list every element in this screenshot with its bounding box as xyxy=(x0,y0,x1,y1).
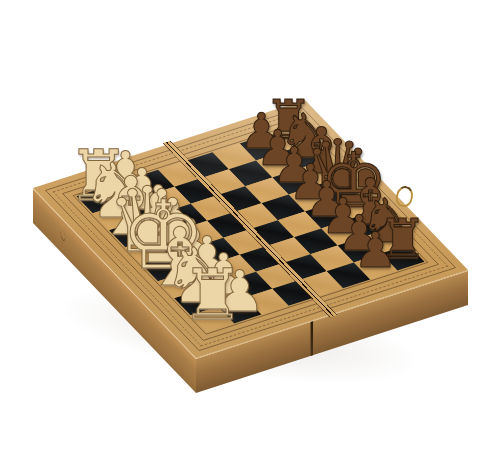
brass-latch-pin xyxy=(61,227,65,241)
product-photo-scene: ♜♟♞♟♝♟♛♟♟♜♚♟♟♞♝♟♟♝♞♟♟♛♜♟♟♚♟♝♟♞♟♜ xyxy=(0,0,500,474)
fold-gap xyxy=(310,321,312,356)
